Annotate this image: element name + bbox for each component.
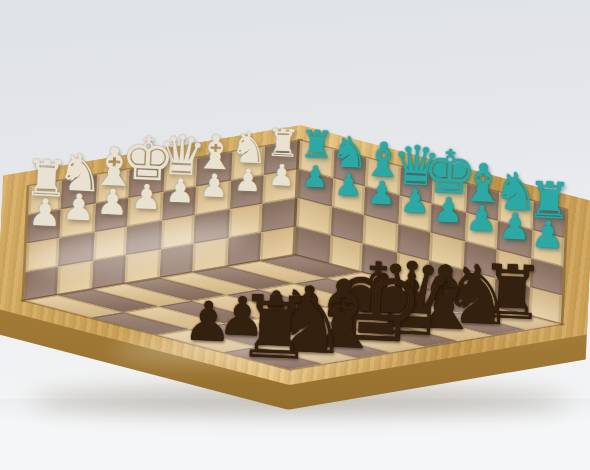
teal-pawn[interactable]: ♟	[530, 216, 565, 255]
white-pawn[interactable]: ♟	[62, 189, 96, 226]
dark-rook[interactable]: ♜	[235, 284, 315, 373]
teal-pawn[interactable]: ♟	[498, 208, 532, 245]
photo-scene: ♜♞♝♛♚♝♞♜♟♟♟♟♟♟♟♟♜♞♝♛♚♝♞♜♟♟♟♟♟♟♟♟♜♞♝♛♚♝♞♜…	[0, 0, 590, 470]
teal-pawn[interactable]: ♟	[301, 162, 329, 193]
white-pawn[interactable]: ♟	[199, 170, 229, 203]
three-player-chess-board: ♜♞♝♛♚♝♞♜♟♟♟♟♟♟♟♟♜♞♝♛♚♝♞♜♟♟♟♟♟♟♟♟♜♞♝♛♚♝♞♜…	[0, 0, 590, 470]
white-pawn[interactable]: ♟	[165, 175, 196, 209]
dark-pawn[interactable]: ♟	[183, 294, 234, 350]
teal-pawn[interactable]: ♟	[334, 170, 363, 202]
white-pawn[interactable]: ♟	[130, 180, 162, 215]
teal-pawn[interactable]: ♟	[367, 177, 397, 210]
white-pawn[interactable]: ♟	[27, 194, 62, 233]
teal-pawn[interactable]: ♟	[465, 200, 498, 236]
teal-pawn[interactable]: ♟	[400, 185, 431, 219]
pieces-layer: ♜♞♝♛♚♝♞♜♟♟♟♟♟♟♟♟♜♞♝♛♚♝♞♜♟♟♟♟♟♟♟♟♜♞♝♛♚♝♞♜…	[0, 0, 590, 470]
white-pawn[interactable]: ♟	[234, 165, 263, 197]
white-pawn[interactable]: ♟	[268, 161, 296, 192]
white-pawn[interactable]: ♟	[96, 184, 129, 220]
teal-pawn[interactable]: ♟	[432, 193, 464, 228]
